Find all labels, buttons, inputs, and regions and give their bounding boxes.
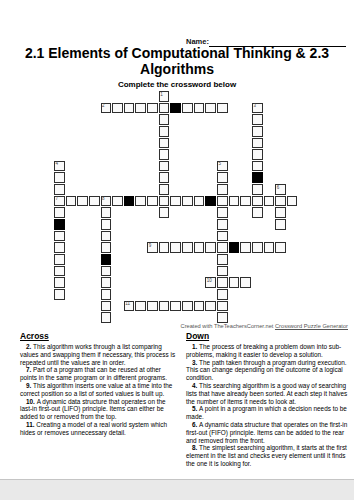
crossword-cell[interactable] [159, 242, 170, 253]
crossword-void [159, 266, 170, 277]
crossword-cell[interactable] [101, 312, 112, 323]
crossword-void [194, 289, 205, 300]
crossword-cell[interactable] [275, 196, 286, 207]
crossword-void [194, 207, 205, 218]
crossword-cell[interactable] [147, 196, 158, 207]
down-clues-section: Down 1. The process of breaking a proble… [186, 331, 348, 468]
crossword-void [240, 114, 251, 125]
crossword-cell[interactable] [264, 196, 275, 207]
crossword-void [54, 91, 65, 102]
clue-number-in-cell: 3 [253, 103, 256, 108]
crossword-cell[interactable] [101, 207, 112, 218]
crossword-void [264, 301, 275, 312]
crossword-cell[interactable] [240, 196, 251, 207]
crossword-void [252, 266, 263, 277]
crossword-cell[interactable] [217, 103, 228, 114]
crossword-cell[interactable] [229, 277, 240, 288]
down-clue: 6. A dynamic data structure that operate… [186, 421, 348, 444]
page-footer-band [0, 479, 354, 500]
crossword-cell[interactable] [252, 196, 263, 207]
clue-text: The process of breaking a problem down i… [186, 343, 341, 358]
crossword-void [112, 149, 123, 160]
crossword-void [170, 254, 181, 265]
crossword-void [205, 138, 216, 149]
crossword-void [240, 312, 251, 323]
crossword-void [77, 184, 88, 195]
crossword-cell[interactable] [252, 207, 263, 218]
clue-text: This searching algorithm is a good way o… [186, 382, 347, 405]
crossword-cell[interactable] [205, 242, 216, 253]
crossword-void [66, 242, 77, 253]
clue-text: This algorithm inserts one value at a ti… [20, 382, 172, 397]
crossword-void [252, 219, 263, 230]
crossword-void [170, 184, 181, 195]
crossword-void [287, 91, 298, 102]
crossword-cell[interactable] [101, 266, 112, 277]
crossword-cell[interactable] [275, 219, 286, 230]
crossword-cell[interactable] [170, 301, 181, 312]
crossword-void [124, 207, 135, 218]
crossword-void [112, 184, 123, 195]
crossword-void [240, 91, 251, 102]
crossword-cell[interactable] [135, 301, 146, 312]
worksheet-page: Name: 2.1 Elements of Computational Thin… [0, 0, 354, 500]
crossword-cell[interactable] [217, 312, 228, 323]
crossword-cell[interactable] [252, 138, 263, 149]
crossword-cell[interactable] [159, 172, 170, 183]
crossword-void [66, 312, 77, 323]
crossword-cell[interactable] [101, 242, 112, 253]
crossword-void [264, 172, 275, 183]
crossword-cell[interactable] [159, 103, 170, 114]
crossword-void [252, 301, 263, 312]
crossword-void [275, 266, 286, 277]
credit-link[interactable]: Crossword Puzzle Generator [275, 323, 348, 329]
crossword-cell[interactable] [159, 161, 170, 172]
crossword-void [229, 254, 240, 265]
crossword-void [112, 277, 123, 288]
crossword-cell[interactable] [252, 242, 263, 253]
crossword-void [112, 289, 123, 300]
crossword-void [170, 114, 181, 125]
crossword-void [112, 138, 123, 149]
crossword-void [112, 207, 123, 218]
crossword-void [159, 231, 170, 242]
clue-number: 11. [26, 421, 36, 428]
crossword-cell[interactable] [124, 103, 135, 114]
crossword-void [135, 114, 146, 125]
crossword-void [287, 126, 298, 137]
crossword-void [182, 184, 193, 195]
crossword-void [89, 207, 100, 218]
crossword-void [275, 149, 286, 160]
crossword-void [66, 138, 77, 149]
crossword-cell[interactable] [54, 172, 65, 183]
crossword-void [112, 172, 123, 183]
crossword-cell[interactable] [135, 103, 146, 114]
crossword-cell[interactable] [240, 242, 251, 253]
crossword-cell[interactable] [89, 196, 100, 207]
crossword-cell[interactable]: 10 [205, 277, 216, 288]
crossword-cell[interactable] [229, 196, 240, 207]
across-clue: 10. A dynamic data structure that operat… [20, 398, 178, 421]
crossword-cell[interactable] [101, 231, 112, 242]
crossword-black-cell [101, 254, 112, 265]
crossword-void [252, 231, 263, 242]
crossword-void [66, 231, 77, 242]
crossword-void [170, 138, 181, 149]
crossword-void [124, 242, 135, 253]
crossword-void [182, 254, 193, 265]
crossword-void [170, 266, 181, 277]
crossword-void [135, 242, 146, 253]
crossword-void [287, 114, 298, 125]
crossword-void [89, 161, 100, 172]
crossword-cell[interactable] [101, 277, 112, 288]
crossword-void [89, 219, 100, 230]
crossword-void [205, 184, 216, 195]
crossword-cell[interactable] [217, 266, 228, 277]
crossword-cell[interactable] [159, 149, 170, 160]
crossword-void [275, 254, 286, 265]
crossword-void [287, 184, 298, 195]
crossword-void [264, 138, 275, 149]
crossword-cell[interactable] [252, 184, 263, 195]
crossword-void [147, 161, 158, 172]
crossword-void [89, 231, 100, 242]
crossword-cell[interactable] [217, 254, 228, 265]
down-clue: 5. A point in a program in which a decis… [186, 405, 348, 421]
crossword-void [252, 91, 263, 102]
crossword-cell[interactable] [275, 242, 286, 253]
crossword-void [89, 114, 100, 125]
crossword-void [170, 172, 181, 183]
crossword-void [275, 277, 286, 288]
crossword-void [89, 254, 100, 265]
crossword-void [77, 266, 88, 277]
crossword-void [135, 149, 146, 160]
crossword-cell[interactable]: 4 [54, 161, 65, 172]
crossword-void [66, 184, 77, 195]
crossword-void [229, 91, 240, 102]
crossword-void [182, 219, 193, 230]
across-clue-list: 2. This algorithm works through a list c… [20, 343, 178, 437]
crossword-void [205, 161, 216, 172]
crossword-cell[interactable] [54, 207, 65, 218]
crossword-cell[interactable] [287, 196, 298, 207]
crossword-void [240, 126, 251, 137]
crossword-void [170, 161, 181, 172]
crossword-void [124, 91, 135, 102]
crossword-cell[interactable] [112, 103, 123, 114]
crossword-void [240, 219, 251, 230]
crossword-cell[interactable] [217, 242, 228, 253]
crossword-cell[interactable] [182, 242, 193, 253]
crossword-cell[interactable]: 9 [147, 242, 158, 253]
crossword-void [287, 242, 298, 253]
crossword-void [182, 114, 193, 125]
crossword-cell[interactable] [159, 114, 170, 125]
crossword-void [89, 301, 100, 312]
crossword-void [229, 184, 240, 195]
crossword-void [217, 126, 228, 137]
crossword-void [287, 254, 298, 265]
crossword-cell[interactable] [275, 207, 286, 218]
crossword-void [229, 138, 240, 149]
across-clue: 11. Creating a model of a real world sys… [20, 421, 178, 437]
crossword-void [77, 219, 88, 230]
crossword-void [66, 126, 77, 137]
crossword-void [101, 114, 112, 125]
crossword-cell[interactable] [182, 103, 193, 114]
crossword-void [112, 301, 123, 312]
crossword-void [229, 219, 240, 230]
crossword-cell[interactable]: 6 [275, 184, 286, 195]
crossword-cell[interactable] [217, 207, 228, 218]
crossword-void [229, 103, 240, 114]
crossword-cell[interactable] [101, 219, 112, 230]
crossword-cell[interactable] [217, 184, 228, 195]
crossword-void [240, 103, 251, 114]
crossword-cell[interactable]: 8 [101, 196, 112, 207]
crossword-cell[interactable]: 7 [54, 196, 65, 207]
crossword-cell[interactable] [217, 289, 228, 300]
crossword-cell[interactable] [194, 242, 205, 253]
crossword-void [112, 91, 123, 102]
crossword-void [135, 312, 146, 323]
crossword-cell[interactable] [205, 301, 216, 312]
crossword-void [229, 161, 240, 172]
crossword-cell[interactable] [252, 149, 263, 160]
crossword-void [135, 219, 146, 230]
crossword-void [124, 231, 135, 242]
crossword-cell[interactable] [264, 242, 275, 253]
crossword-cell[interactable] [77, 196, 88, 207]
crossword-void [66, 219, 77, 230]
crossword-void [170, 289, 181, 300]
crossword-cell[interactable] [252, 114, 263, 125]
crossword-void [147, 219, 158, 230]
crossword-void [264, 114, 275, 125]
across-clues-section: Across 2. This algorithm works through a… [20, 331, 178, 437]
crossword-void [170, 91, 181, 102]
crossword-cell[interactable] [252, 161, 263, 172]
crossword-void [147, 149, 158, 160]
crossword-void [217, 149, 228, 160]
crossword-cell[interactable] [66, 196, 77, 207]
crossword-cell[interactable] [170, 196, 181, 207]
crossword-cell[interactable] [101, 301, 112, 312]
crossword-void [77, 242, 88, 253]
crossword-void [240, 266, 251, 277]
crossword-cell[interactable] [194, 301, 205, 312]
crossword-void [89, 266, 100, 277]
crossword-cell[interactable] [159, 301, 170, 312]
clue-text: Part of a program that can be reused at … [20, 366, 167, 381]
crossword-void [264, 277, 275, 288]
crossword-cell[interactable] [217, 219, 228, 230]
crossword-void [135, 277, 146, 288]
crossword-cell[interactable] [54, 231, 65, 242]
crossword-cell[interactable] [217, 196, 228, 207]
crossword-void [205, 289, 216, 300]
crossword-cell[interactable] [54, 266, 65, 277]
crossword-void [252, 289, 263, 300]
crossword-void [147, 184, 158, 195]
crossword-void [135, 126, 146, 137]
crossword-cell[interactable]: 2 [101, 103, 112, 114]
crossword-void [147, 277, 158, 288]
crossword-void [124, 161, 135, 172]
crossword-void [101, 138, 112, 149]
across-clue: 9. This algorithm inserts one value at a… [20, 382, 178, 398]
crossword-cell[interactable] [194, 103, 205, 114]
crossword-void [275, 103, 286, 114]
crossword-void [287, 289, 298, 300]
crossword-void [182, 138, 193, 149]
crossword-void [89, 172, 100, 183]
crossword-void [182, 277, 193, 288]
crossword-void [124, 172, 135, 183]
crossword-void [54, 103, 65, 114]
crossword-void [240, 301, 251, 312]
crossword-void [194, 219, 205, 230]
crossword-void [240, 289, 251, 300]
crossword-void [66, 254, 77, 265]
crossword-void [89, 242, 100, 253]
crossword-void [77, 312, 88, 323]
crossword-void [240, 138, 251, 149]
crossword-void [112, 254, 123, 265]
crossword-void [66, 301, 77, 312]
crossword-void [194, 277, 205, 288]
crossword-void [89, 138, 100, 149]
crossword-void [66, 103, 77, 114]
crossword-void [205, 231, 216, 242]
crossword-void [275, 231, 286, 242]
crossword-cell[interactable]: 3 [252, 103, 263, 114]
crossword-void [240, 149, 251, 160]
crossword-void [240, 231, 251, 242]
crossword-void [112, 231, 123, 242]
crossword-cell[interactable] [170, 242, 181, 253]
crossword-cell[interactable] [147, 301, 158, 312]
crossword-cell[interactable] [159, 126, 170, 137]
crossword-void [66, 266, 77, 277]
crossword-cell[interactable] [112, 196, 123, 207]
clue-text: This algorithm works through a list comp… [20, 343, 175, 366]
crossword-void [77, 149, 88, 160]
clue-number-in-cell: 2 [102, 103, 105, 108]
crossword-void [194, 114, 205, 125]
crossword-cell[interactable]: 5 [217, 161, 228, 172]
crossword-void [275, 161, 286, 172]
crossword-cell[interactable] [54, 184, 65, 195]
crossword-cell[interactable] [240, 277, 251, 288]
crossword-cell[interactable]: 11 [124, 301, 135, 312]
crossword-void [217, 114, 228, 125]
crossword-void [287, 138, 298, 149]
crossword-void [89, 289, 100, 300]
crossword-void [101, 126, 112, 137]
crossword-void [159, 219, 170, 230]
credit-line: Created with TheTeachersCorner.net Cross… [181, 323, 348, 329]
crossword-cell[interactable] [159, 184, 170, 195]
crossword-void [264, 103, 275, 114]
crossword-cell[interactable] [159, 196, 170, 207]
crossword-void [217, 138, 228, 149]
crossword-cell[interactable] [54, 242, 65, 253]
crossword-cell[interactable]: 1 [159, 91, 170, 102]
crossword-cell[interactable] [217, 277, 228, 288]
crossword-void [135, 207, 146, 218]
crossword-void [54, 312, 65, 323]
crossword-black-cell [229, 242, 240, 253]
crossword-void [54, 114, 65, 125]
crossword-cell[interactable] [54, 277, 65, 288]
crossword-void [275, 312, 286, 323]
crossword-cell[interactable] [135, 196, 146, 207]
crossword-void [66, 91, 77, 102]
page-title: 2.1 Elements of Computational Thinking &… [2, 45, 352, 77]
crossword-void [89, 126, 100, 137]
crossword-void [124, 184, 135, 195]
crossword-void [66, 289, 77, 300]
crossword-cell[interactable] [54, 254, 65, 265]
crossword-void [194, 172, 205, 183]
clue-number-in-cell: 5 [218, 161, 221, 166]
crossword-cell[interactable] [101, 289, 112, 300]
crossword-cell[interactable] [217, 172, 228, 183]
crossword-void [124, 266, 135, 277]
crossword-void [112, 219, 123, 230]
crossword-black-cell [124, 196, 135, 207]
crossword-void [287, 301, 298, 312]
crossword-cell[interactable] [159, 138, 170, 149]
crossword-cell[interactable] [147, 103, 158, 114]
crossword-void [135, 266, 146, 277]
crossword-cell[interactable] [194, 196, 205, 207]
crossword-cell[interactable] [217, 231, 228, 242]
crossword-void [77, 254, 88, 265]
crossword-void [77, 138, 88, 149]
crossword-void [147, 312, 158, 323]
crossword-cell[interactable] [182, 301, 193, 312]
crossword-void [124, 219, 135, 230]
crossword-cell[interactable] [182, 196, 193, 207]
crossword-void [194, 266, 205, 277]
crossword-void [101, 149, 112, 160]
crossword-void [124, 138, 135, 149]
crossword-cell[interactable] [252, 126, 263, 137]
crossword-void [287, 219, 298, 230]
crossword-void [135, 231, 146, 242]
crossword-cell[interactable] [159, 207, 170, 218]
crossword-cell[interactable] [217, 301, 228, 312]
crossword-void [182, 266, 193, 277]
crossword-cell[interactable] [54, 289, 65, 300]
crossword-void [287, 207, 298, 218]
clue-number-in-cell: 9 [149, 243, 152, 248]
crossword-void [229, 231, 240, 242]
crossword-cell[interactable] [205, 103, 216, 114]
crossword-void [77, 277, 88, 288]
down-clue: 1. The process of breaking a problem dow… [186, 343, 348, 359]
crossword-void [182, 126, 193, 137]
crossword-black-cell [54, 219, 65, 230]
crossword-void [194, 161, 205, 172]
crossword-void [229, 126, 240, 137]
